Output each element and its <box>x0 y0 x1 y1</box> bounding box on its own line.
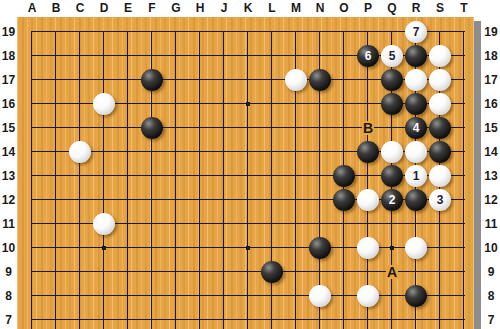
stone-white-D16[interactable] <box>93 93 115 115</box>
intersection-M11[interactable] <box>284 212 308 236</box>
mark-label-B: B <box>362 121 374 135</box>
stone-white-R17[interactable] <box>405 69 427 91</box>
stone-white-P12[interactable] <box>357 189 379 211</box>
intersection-C9[interactable] <box>68 260 92 284</box>
intersection-F13[interactable] <box>140 164 164 188</box>
intersection-M17[interactable] <box>284 68 308 92</box>
intersection-A9[interactable] <box>20 260 44 284</box>
intersection-A7[interactable] <box>20 308 44 329</box>
intersection-O10[interactable] <box>332 236 356 260</box>
intersection-B13[interactable] <box>44 164 68 188</box>
intersection-N7[interactable] <box>308 308 332 329</box>
intersection-S16[interactable] <box>428 92 452 116</box>
intersection-A10[interactable] <box>20 236 44 260</box>
intersection-D17[interactable] <box>92 68 116 92</box>
intersection-L12[interactable] <box>260 188 284 212</box>
intersection-P11[interactable] <box>356 212 380 236</box>
intersection-M15[interactable] <box>284 116 308 140</box>
intersection-F18[interactable] <box>140 44 164 68</box>
intersection-B8[interactable] <box>44 284 68 308</box>
intersection-B10[interactable] <box>44 236 68 260</box>
intersection-P19[interactable] <box>356 20 380 44</box>
intersection-O15[interactable] <box>332 116 356 140</box>
intersection-F16[interactable] <box>140 92 164 116</box>
row-labels-right-10: 10 <box>483 236 499 260</box>
intersection-A15[interactable] <box>20 116 44 140</box>
column-label-B: B <box>44 0 68 17</box>
intersection-T16[interactable] <box>452 92 474 116</box>
intersection-G17[interactable] <box>164 68 188 92</box>
stone-black-R8[interactable] <box>405 285 427 307</box>
intersection-H13[interactable] <box>188 164 212 188</box>
stone-white-C14[interactable] <box>69 141 91 163</box>
intersection-M14[interactable] <box>284 140 308 164</box>
intersection-J19[interactable] <box>212 20 236 44</box>
intersection-N15[interactable] <box>308 116 332 140</box>
intersection-E8[interactable] <box>116 284 140 308</box>
intersection-C11[interactable] <box>68 212 92 236</box>
intersection-M18[interactable] <box>284 44 308 68</box>
intersection-B14[interactable] <box>44 140 68 164</box>
intersection-L9[interactable] <box>260 260 284 284</box>
intersection-H10[interactable] <box>188 236 212 260</box>
intersection-N18[interactable] <box>308 44 332 68</box>
intersection-B11[interactable] <box>44 212 68 236</box>
intersection-C8[interactable] <box>68 284 92 308</box>
intersection-H8[interactable] <box>188 284 212 308</box>
intersection-F17[interactable] <box>140 68 164 92</box>
intersection-A16[interactable] <box>20 92 44 116</box>
intersection-K16[interactable] <box>236 92 260 116</box>
intersection-B9[interactable] <box>44 260 68 284</box>
intersection-T11[interactable] <box>452 212 474 236</box>
intersection-P15[interactable]: B <box>356 116 380 140</box>
intersection-S7[interactable] <box>428 308 452 329</box>
intersection-O17[interactable] <box>332 68 356 92</box>
intersection-T13[interactable] <box>452 164 474 188</box>
stone-black-P14[interactable] <box>357 141 379 163</box>
intersection-M16[interactable] <box>284 92 308 116</box>
intersection-T12[interactable] <box>452 188 474 212</box>
intersection-S14[interactable] <box>428 140 452 164</box>
intersection-A8[interactable] <box>20 284 44 308</box>
intersection-A12[interactable] <box>20 188 44 212</box>
intersection-L14[interactable] <box>260 140 284 164</box>
intersection-L7[interactable] <box>260 308 284 329</box>
intersection-J12[interactable] <box>212 188 236 212</box>
intersection-N8[interactable] <box>308 284 332 308</box>
intersection-C16[interactable] <box>68 92 92 116</box>
stone-black-P18[interactable]: 6 <box>357 45 379 67</box>
intersection-H14[interactable] <box>188 140 212 164</box>
stone-white-P8[interactable] <box>357 285 379 307</box>
intersection-O11[interactable] <box>332 212 356 236</box>
intersection-Q15[interactable] <box>380 116 404 140</box>
intersection-P18[interactable]: 6 <box>356 44 380 68</box>
intersection-S18[interactable] <box>428 44 452 68</box>
intersection-R18[interactable] <box>404 44 428 68</box>
stone-white-S12[interactable]: 3 <box>429 189 451 211</box>
intersection-L16[interactable] <box>260 92 284 116</box>
intersection-N16[interactable] <box>308 92 332 116</box>
intersection-J11[interactable] <box>212 212 236 236</box>
intersection-O7[interactable] <box>332 308 356 329</box>
intersection-E16[interactable] <box>116 92 140 116</box>
intersection-H12[interactable] <box>188 188 212 212</box>
intersection-Q17[interactable] <box>380 68 404 92</box>
stone-black-O12[interactable] <box>333 189 355 211</box>
intersection-G10[interactable] <box>164 236 188 260</box>
intersection-G18[interactable] <box>164 44 188 68</box>
intersection-L15[interactable] <box>260 116 284 140</box>
intersection-N9[interactable] <box>308 260 332 284</box>
intersection-K14[interactable] <box>236 140 260 164</box>
intersection-B12[interactable] <box>44 188 68 212</box>
intersection-M10[interactable] <box>284 236 308 260</box>
intersection-T9[interactable] <box>452 260 474 284</box>
intersection-G15[interactable] <box>164 116 188 140</box>
intersection-P12[interactable] <box>356 188 380 212</box>
move-number-1: 1 <box>405 165 427 187</box>
intersection-B15[interactable] <box>44 116 68 140</box>
row-labels-right-12: 12 <box>483 188 499 212</box>
intersection-R17[interactable] <box>404 68 428 92</box>
intersection-T10[interactable] <box>452 236 474 260</box>
intersection-C18[interactable] <box>68 44 92 68</box>
column-label-T: T <box>452 0 476 17</box>
intersection-S15[interactable] <box>428 116 452 140</box>
intersection-K12[interactable] <box>236 188 260 212</box>
stone-white-S18[interactable] <box>429 45 451 67</box>
intersection-R8[interactable] <box>404 284 428 308</box>
intersection-N14[interactable] <box>308 140 332 164</box>
intersection-R14[interactable] <box>404 140 428 164</box>
intersection-L11[interactable] <box>260 212 284 236</box>
intersection-O19[interactable] <box>332 20 356 44</box>
intersection-Q12[interactable]: 2 <box>380 188 404 212</box>
stone-black-Q16[interactable] <box>381 93 403 115</box>
intersection-L17[interactable] <box>260 68 284 92</box>
intersection-Q11[interactable] <box>380 212 404 236</box>
intersection-A17[interactable] <box>20 68 44 92</box>
stone-black-Q12[interactable]: 2 <box>381 189 403 211</box>
intersection-O9[interactable] <box>332 260 356 284</box>
intersection-D16[interactable] <box>92 92 116 116</box>
intersection-J17[interactable] <box>212 68 236 92</box>
intersection-D7[interactable] <box>92 308 116 329</box>
intersection-O13[interactable] <box>332 164 356 188</box>
intersection-E15[interactable] <box>116 116 140 140</box>
intersection-A19[interactable] <box>20 20 44 44</box>
intersection-C7[interactable] <box>68 308 92 329</box>
intersection-H19[interactable] <box>188 20 212 44</box>
intersection-J9[interactable] <box>212 260 236 284</box>
intersection-N19[interactable] <box>308 20 332 44</box>
intersection-H7[interactable] <box>188 308 212 329</box>
intersection-K19[interactable] <box>236 20 260 44</box>
stone-white-Q14[interactable] <box>381 141 403 163</box>
intersection-S9[interactable] <box>428 260 452 284</box>
stone-white-R19[interactable]: 7 <box>405 21 427 43</box>
intersection-J10[interactable] <box>212 236 236 260</box>
stone-black-S15[interactable] <box>429 117 451 139</box>
column-label-A: A <box>20 0 44 17</box>
stone-white-N8[interactable] <box>309 285 331 307</box>
stone-white-Q18[interactable]: 5 <box>381 45 403 67</box>
intersection-J15[interactable] <box>212 116 236 140</box>
intersection-T18[interactable] <box>452 44 474 68</box>
intersection-H11[interactable] <box>188 212 212 236</box>
intersection-K9[interactable] <box>236 260 260 284</box>
intersection-G13[interactable] <box>164 164 188 188</box>
intersection-S17[interactable] <box>428 68 452 92</box>
intersection-N17[interactable] <box>308 68 332 92</box>
stone-black-R12[interactable] <box>405 189 427 211</box>
intersection-N12[interactable] <box>308 188 332 212</box>
intersection-D15[interactable] <box>92 116 116 140</box>
stone-black-Q13[interactable] <box>381 165 403 187</box>
intersection-H18[interactable] <box>188 44 212 68</box>
intersection-E10[interactable] <box>116 236 140 260</box>
intersection-P14[interactable] <box>356 140 380 164</box>
intersection-B16[interactable] <box>44 92 68 116</box>
intersection-O12[interactable] <box>332 188 356 212</box>
intersection-H16[interactable] <box>188 92 212 116</box>
stone-white-S13[interactable] <box>429 165 451 187</box>
intersection-F9[interactable] <box>140 260 164 284</box>
stone-black-R15[interactable]: 4 <box>405 117 427 139</box>
intersection-K7[interactable] <box>236 308 260 329</box>
intersection-A14[interactable] <box>20 140 44 164</box>
intersection-R12[interactable] <box>404 188 428 212</box>
intersection-B18[interactable] <box>44 44 68 68</box>
intersection-R7[interactable] <box>404 308 428 329</box>
stone-black-N10[interactable] <box>309 237 331 259</box>
intersection-N13[interactable] <box>308 164 332 188</box>
intersection-F10[interactable] <box>140 236 164 260</box>
column-label-D: D <box>92 0 116 17</box>
intersection-A11[interactable] <box>20 212 44 236</box>
intersection-H9[interactable] <box>188 260 212 284</box>
stone-white-S17[interactable] <box>429 69 451 91</box>
intersection-B17[interactable] <box>44 68 68 92</box>
row-labels-left-10: 10 <box>0 236 17 260</box>
intersection-D12[interactable] <box>92 188 116 212</box>
intersection-P7[interactable] <box>356 308 380 329</box>
intersection-O8[interactable] <box>332 284 356 308</box>
intersection-L10[interactable] <box>260 236 284 260</box>
intersection-A18[interactable] <box>20 44 44 68</box>
stone-white-S16[interactable] <box>429 93 451 115</box>
intersection-Q16[interactable] <box>380 92 404 116</box>
intersection-C12[interactable] <box>68 188 92 212</box>
intersection-C17[interactable] <box>68 68 92 92</box>
intersection-G14[interactable] <box>164 140 188 164</box>
intersection-J8[interactable] <box>212 284 236 308</box>
intersection-H15[interactable] <box>188 116 212 140</box>
intersection-M9[interactable] <box>284 260 308 284</box>
go-board[interactable]: 765B4123A <box>17 17 474 329</box>
row-labels-right-19: 19 <box>483 20 499 44</box>
intersection-R19[interactable]: 7 <box>404 20 428 44</box>
intersection-Q14[interactable] <box>380 140 404 164</box>
intersection-R13[interactable]: 1 <box>404 164 428 188</box>
stone-black-F15[interactable] <box>141 117 163 139</box>
intersection-D19[interactable] <box>92 20 116 44</box>
intersection-K17[interactable] <box>236 68 260 92</box>
intersection-E12[interactable] <box>116 188 140 212</box>
intersection-T14[interactable] <box>452 140 474 164</box>
intersection-E7[interactable] <box>116 308 140 329</box>
intersection-K8[interactable] <box>236 284 260 308</box>
intersection-P16[interactable] <box>356 92 380 116</box>
intersection-K11[interactable] <box>236 212 260 236</box>
stone-black-R16[interactable] <box>405 93 427 115</box>
intersection-S19[interactable] <box>428 20 452 44</box>
stone-white-R10[interactable] <box>405 237 427 259</box>
stone-black-N17[interactable] <box>309 69 331 91</box>
stone-white-D11[interactable] <box>93 213 115 235</box>
stone-black-F17[interactable] <box>141 69 163 91</box>
intersection-B19[interactable] <box>44 20 68 44</box>
intersection-E18[interactable] <box>116 44 140 68</box>
intersection-C13[interactable] <box>68 164 92 188</box>
intersection-G8[interactable] <box>164 284 188 308</box>
intersection-Q10[interactable] <box>380 236 404 260</box>
intersection-F7[interactable] <box>140 308 164 329</box>
stone-black-L9[interactable] <box>261 261 283 283</box>
intersection-T8[interactable] <box>452 284 474 308</box>
intersection-K13[interactable] <box>236 164 260 188</box>
intersection-K10[interactable] <box>236 236 260 260</box>
intersection-E14[interactable] <box>116 140 140 164</box>
board-grid: 765B4123A <box>20 20 474 329</box>
stone-white-P10[interactable] <box>357 237 379 259</box>
intersection-F11[interactable] <box>140 212 164 236</box>
intersection-G19[interactable] <box>164 20 188 44</box>
intersection-Q9[interactable]: A <box>380 260 404 284</box>
intersection-C14[interactable] <box>68 140 92 164</box>
intersection-L19[interactable] <box>260 20 284 44</box>
intersection-T19[interactable] <box>452 20 474 44</box>
intersection-A13[interactable] <box>20 164 44 188</box>
intersection-G9[interactable] <box>164 260 188 284</box>
intersection-S8[interactable] <box>428 284 452 308</box>
intersection-S13[interactable] <box>428 164 452 188</box>
intersection-D13[interactable] <box>92 164 116 188</box>
intersection-C19[interactable] <box>68 20 92 44</box>
intersection-J7[interactable] <box>212 308 236 329</box>
intersection-D9[interactable] <box>92 260 116 284</box>
stone-white-M17[interactable] <box>285 69 307 91</box>
intersection-J13[interactable] <box>212 164 236 188</box>
intersection-R10[interactable] <box>404 236 428 260</box>
intersection-T17[interactable] <box>452 68 474 92</box>
intersection-Q13[interactable] <box>380 164 404 188</box>
intersection-M13[interactable] <box>284 164 308 188</box>
intersection-B7[interactable] <box>44 308 68 329</box>
stone-white-R14[interactable] <box>405 141 427 163</box>
stone-black-R18[interactable] <box>405 45 427 67</box>
intersection-F8[interactable] <box>140 284 164 308</box>
intersection-J18[interactable] <box>212 44 236 68</box>
intersection-L8[interactable] <box>260 284 284 308</box>
intersection-T7[interactable] <box>452 308 474 329</box>
intersection-F15[interactable] <box>140 116 164 140</box>
intersection-S10[interactable] <box>428 236 452 260</box>
intersection-R16[interactable] <box>404 92 428 116</box>
intersection-P9[interactable] <box>356 260 380 284</box>
stone-black-Q17[interactable] <box>381 69 403 91</box>
intersection-S11[interactable] <box>428 212 452 236</box>
intersection-F12[interactable] <box>140 188 164 212</box>
intersection-Q19[interactable] <box>380 20 404 44</box>
intersection-M8[interactable] <box>284 284 308 308</box>
intersection-R11[interactable] <box>404 212 428 236</box>
intersection-O14[interactable] <box>332 140 356 164</box>
intersection-E13[interactable] <box>116 164 140 188</box>
stone-white-R13[interactable]: 1 <box>405 165 427 187</box>
intersection-N11[interactable] <box>308 212 332 236</box>
intersection-E19[interactable] <box>116 20 140 44</box>
intersection-O18[interactable] <box>332 44 356 68</box>
stone-black-O13[interactable] <box>333 165 355 187</box>
intersection-G7[interactable] <box>164 308 188 329</box>
intersection-O16[interactable] <box>332 92 356 116</box>
intersection-D11[interactable] <box>92 212 116 236</box>
intersection-G12[interactable] <box>164 188 188 212</box>
intersection-R15[interactable]: 4 <box>404 116 428 140</box>
intersection-H17[interactable] <box>188 68 212 92</box>
intersection-M12[interactable] <box>284 188 308 212</box>
intersection-E17[interactable] <box>116 68 140 92</box>
intersection-D18[interactable] <box>92 44 116 68</box>
intersection-K15[interactable] <box>236 116 260 140</box>
intersection-E9[interactable] <box>116 260 140 284</box>
intersection-K18[interactable] <box>236 44 260 68</box>
intersection-P17[interactable] <box>356 68 380 92</box>
intersection-F14[interactable] <box>140 140 164 164</box>
intersection-S12[interactable]: 3 <box>428 188 452 212</box>
intersection-C10[interactable] <box>68 236 92 260</box>
intersection-M19[interactable] <box>284 20 308 44</box>
intersection-Q8[interactable] <box>380 284 404 308</box>
intersection-N10[interactable] <box>308 236 332 260</box>
intersection-P13[interactable] <box>356 164 380 188</box>
intersection-Q18[interactable]: 5 <box>380 44 404 68</box>
intersection-D10[interactable] <box>92 236 116 260</box>
intersection-L18[interactable] <box>260 44 284 68</box>
stone-black-S14[interactable] <box>429 141 451 163</box>
intersection-G11[interactable] <box>164 212 188 236</box>
intersection-P8[interactable] <box>356 284 380 308</box>
column-label-S: S <box>428 0 452 17</box>
intersection-G16[interactable] <box>164 92 188 116</box>
intersection-M7[interactable] <box>284 308 308 329</box>
intersection-R9[interactable] <box>404 260 428 284</box>
intersection-D8[interactable] <box>92 284 116 308</box>
intersection-F19[interactable] <box>140 20 164 44</box>
intersection-D14[interactable] <box>92 140 116 164</box>
intersection-Q7[interactable] <box>380 308 404 329</box>
intersection-C15[interactable] <box>68 116 92 140</box>
intersection-E11[interactable] <box>116 212 140 236</box>
intersection-J16[interactable] <box>212 92 236 116</box>
intersection-L13[interactable] <box>260 164 284 188</box>
intersection-J14[interactable] <box>212 140 236 164</box>
intersection-P10[interactable] <box>356 236 380 260</box>
intersection-T15[interactable] <box>452 116 474 140</box>
